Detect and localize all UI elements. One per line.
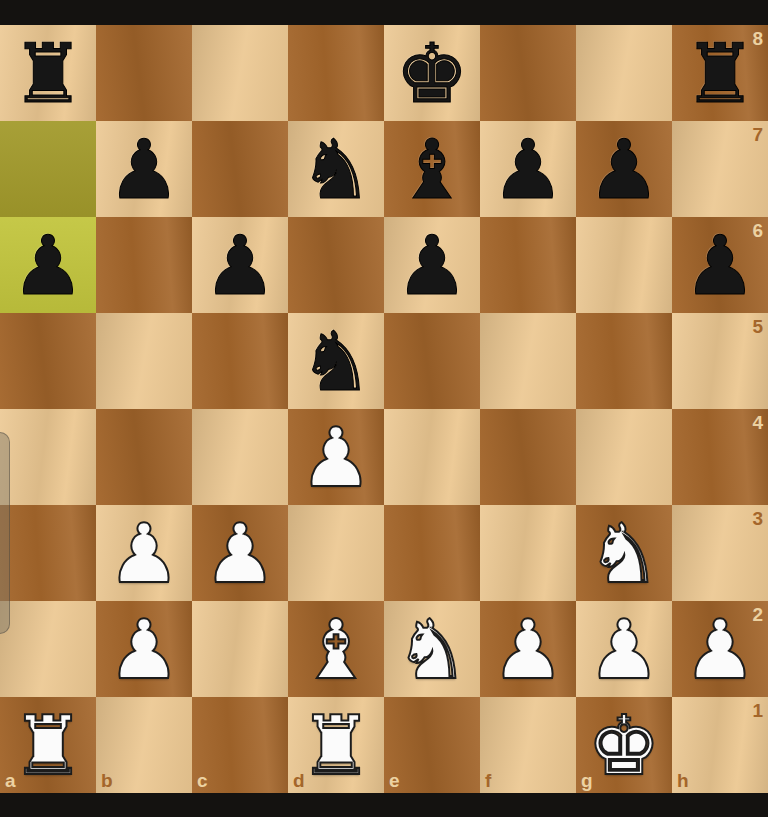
piece-black-pawn-c6[interactable]: ♟ [192, 217, 288, 313]
piece-black-king-e8[interactable]: ♚ [384, 25, 480, 121]
square-b4[interactable] [96, 409, 192, 505]
square-g8[interactable] [576, 25, 672, 121]
square-g7[interactable]: ♟ [576, 121, 672, 217]
top-letterbox-bar [0, 0, 768, 25]
piece-white-knight-g3[interactable]: ♞ [576, 505, 672, 601]
square-g3[interactable]: ♞ [576, 505, 672, 601]
square-e6[interactable]: ♟ [384, 217, 480, 313]
piece-white-pawn-b3[interactable]: ♟ [96, 505, 192, 601]
square-b2[interactable]: ♟ [96, 601, 192, 697]
piece-black-pawn-e6[interactable]: ♟ [384, 217, 480, 313]
left-edge-panel-sliver[interactable] [0, 432, 10, 634]
piece-white-pawn-d4[interactable]: ♟ [288, 409, 384, 505]
square-d1[interactable]: ♜d [288, 697, 384, 793]
square-f6[interactable] [480, 217, 576, 313]
square-h7[interactable]: 7 [672, 121, 768, 217]
piece-black-bishop-e7[interactable]: ♝ [384, 121, 480, 217]
square-g2[interactable]: ♟ [576, 601, 672, 697]
square-b7[interactable]: ♟ [96, 121, 192, 217]
square-h8[interactable]: ♜8 [672, 25, 768, 121]
coord-file-c: c [197, 771, 208, 790]
piece-black-rook-h8[interactable]: ♜ [672, 25, 768, 121]
square-e7[interactable]: ♝ [384, 121, 480, 217]
square-f2[interactable]: ♟ [480, 601, 576, 697]
board-grid: ♜♚♜8♟♞♝♟♟7♟♟♟♟6♞5♟4♟♟♞3♟♝♞♟♟♟2♜abc♜def♚g… [0, 25, 768, 793]
square-h1[interactable]: h1 [672, 697, 768, 793]
square-b3[interactable]: ♟ [96, 505, 192, 601]
piece-black-pawn-f7[interactable]: ♟ [480, 121, 576, 217]
square-b1[interactable]: b [96, 697, 192, 793]
square-d3[interactable] [288, 505, 384, 601]
square-h2[interactable]: ♟2 [672, 601, 768, 697]
square-b6[interactable] [96, 217, 192, 313]
piece-white-pawn-b2[interactable]: ♟ [96, 601, 192, 697]
coord-rank-3: 3 [752, 509, 763, 528]
piece-black-pawn-h6[interactable]: ♟ [672, 217, 768, 313]
piece-white-rook-d1[interactable]: ♜ [288, 697, 384, 793]
square-e8[interactable]: ♚ [384, 25, 480, 121]
coord-rank-7: 7 [752, 125, 763, 144]
square-d2[interactable]: ♝ [288, 601, 384, 697]
coord-file-h: h [677, 771, 689, 790]
piece-black-pawn-a6[interactable]: ♟ [0, 217, 96, 313]
piece-black-pawn-b7[interactable]: ♟ [96, 121, 192, 217]
piece-black-pawn-g7[interactable]: ♟ [576, 121, 672, 217]
piece-black-rook-a8[interactable]: ♜ [0, 25, 96, 121]
square-h3[interactable]: 3 [672, 505, 768, 601]
coord-file-e: e [389, 771, 400, 790]
piece-black-knight-d5[interactable]: ♞ [288, 313, 384, 409]
square-c6[interactable]: ♟ [192, 217, 288, 313]
piece-white-rook-a1[interactable]: ♜ [0, 697, 96, 793]
square-f8[interactable] [480, 25, 576, 121]
coord-rank-4: 4 [752, 413, 763, 432]
square-f7[interactable]: ♟ [480, 121, 576, 217]
square-a4[interactable] [0, 409, 96, 505]
piece-white-bishop-d2[interactable]: ♝ [288, 601, 384, 697]
square-f4[interactable] [480, 409, 576, 505]
square-a2[interactable] [0, 601, 96, 697]
square-g1[interactable]: ♚g [576, 697, 672, 793]
bottom-letterbox-bar [0, 793, 768, 817]
square-e1[interactable]: e [384, 697, 480, 793]
piece-white-pawn-h2[interactable]: ♟ [672, 601, 768, 697]
square-d8[interactable] [288, 25, 384, 121]
square-e2[interactable]: ♞ [384, 601, 480, 697]
square-c7[interactable] [192, 121, 288, 217]
square-a6[interactable]: ♟ [0, 217, 96, 313]
square-f3[interactable] [480, 505, 576, 601]
square-d5[interactable]: ♞ [288, 313, 384, 409]
square-a3[interactable] [0, 505, 96, 601]
square-d4[interactable]: ♟ [288, 409, 384, 505]
square-c3[interactable]: ♟ [192, 505, 288, 601]
coord-file-b: b [101, 771, 113, 790]
piece-black-knight-d7[interactable]: ♞ [288, 121, 384, 217]
coord-file-f: f [485, 771, 491, 790]
square-a1[interactable]: ♜a [0, 697, 96, 793]
square-h4[interactable]: 4 [672, 409, 768, 505]
square-g6[interactable] [576, 217, 672, 313]
chess-app-screen: ♜♚♜8♟♞♝♟♟7♟♟♟♟6♞5♟4♟♟♞3♟♝♞♟♟♟2♜abc♜def♚g… [0, 0, 768, 817]
square-g4[interactable] [576, 409, 672, 505]
square-d6[interactable] [288, 217, 384, 313]
coord-rank-5: 5 [752, 317, 763, 336]
square-d7[interactable]: ♞ [288, 121, 384, 217]
square-e4[interactable] [384, 409, 480, 505]
square-e5[interactable] [384, 313, 480, 409]
square-h6[interactable]: ♟6 [672, 217, 768, 313]
piece-white-pawn-g2[interactable]: ♟ [576, 601, 672, 697]
square-b5[interactable] [96, 313, 192, 409]
piece-white-pawn-f2[interactable]: ♟ [480, 601, 576, 697]
square-c5[interactable] [192, 313, 288, 409]
piece-white-pawn-c3[interactable]: ♟ [192, 505, 288, 601]
square-g5[interactable] [576, 313, 672, 409]
square-a7[interactable] [0, 121, 96, 217]
square-e3[interactable] [384, 505, 480, 601]
piece-white-king-g1[interactable]: ♚ [576, 697, 672, 793]
square-a8[interactable]: ♜ [0, 25, 96, 121]
square-b8[interactable] [96, 25, 192, 121]
square-c2[interactable] [192, 601, 288, 697]
square-c4[interactable] [192, 409, 288, 505]
coord-rank-1: 1 [752, 701, 763, 720]
square-h5[interactable]: 5 [672, 313, 768, 409]
square-a5[interactable] [0, 313, 96, 409]
square-f5[interactable] [480, 313, 576, 409]
square-c8[interactable] [192, 25, 288, 121]
square-f1[interactable]: f [480, 697, 576, 793]
piece-white-knight-e2[interactable]: ♞ [384, 601, 480, 697]
square-c1[interactable]: c [192, 697, 288, 793]
